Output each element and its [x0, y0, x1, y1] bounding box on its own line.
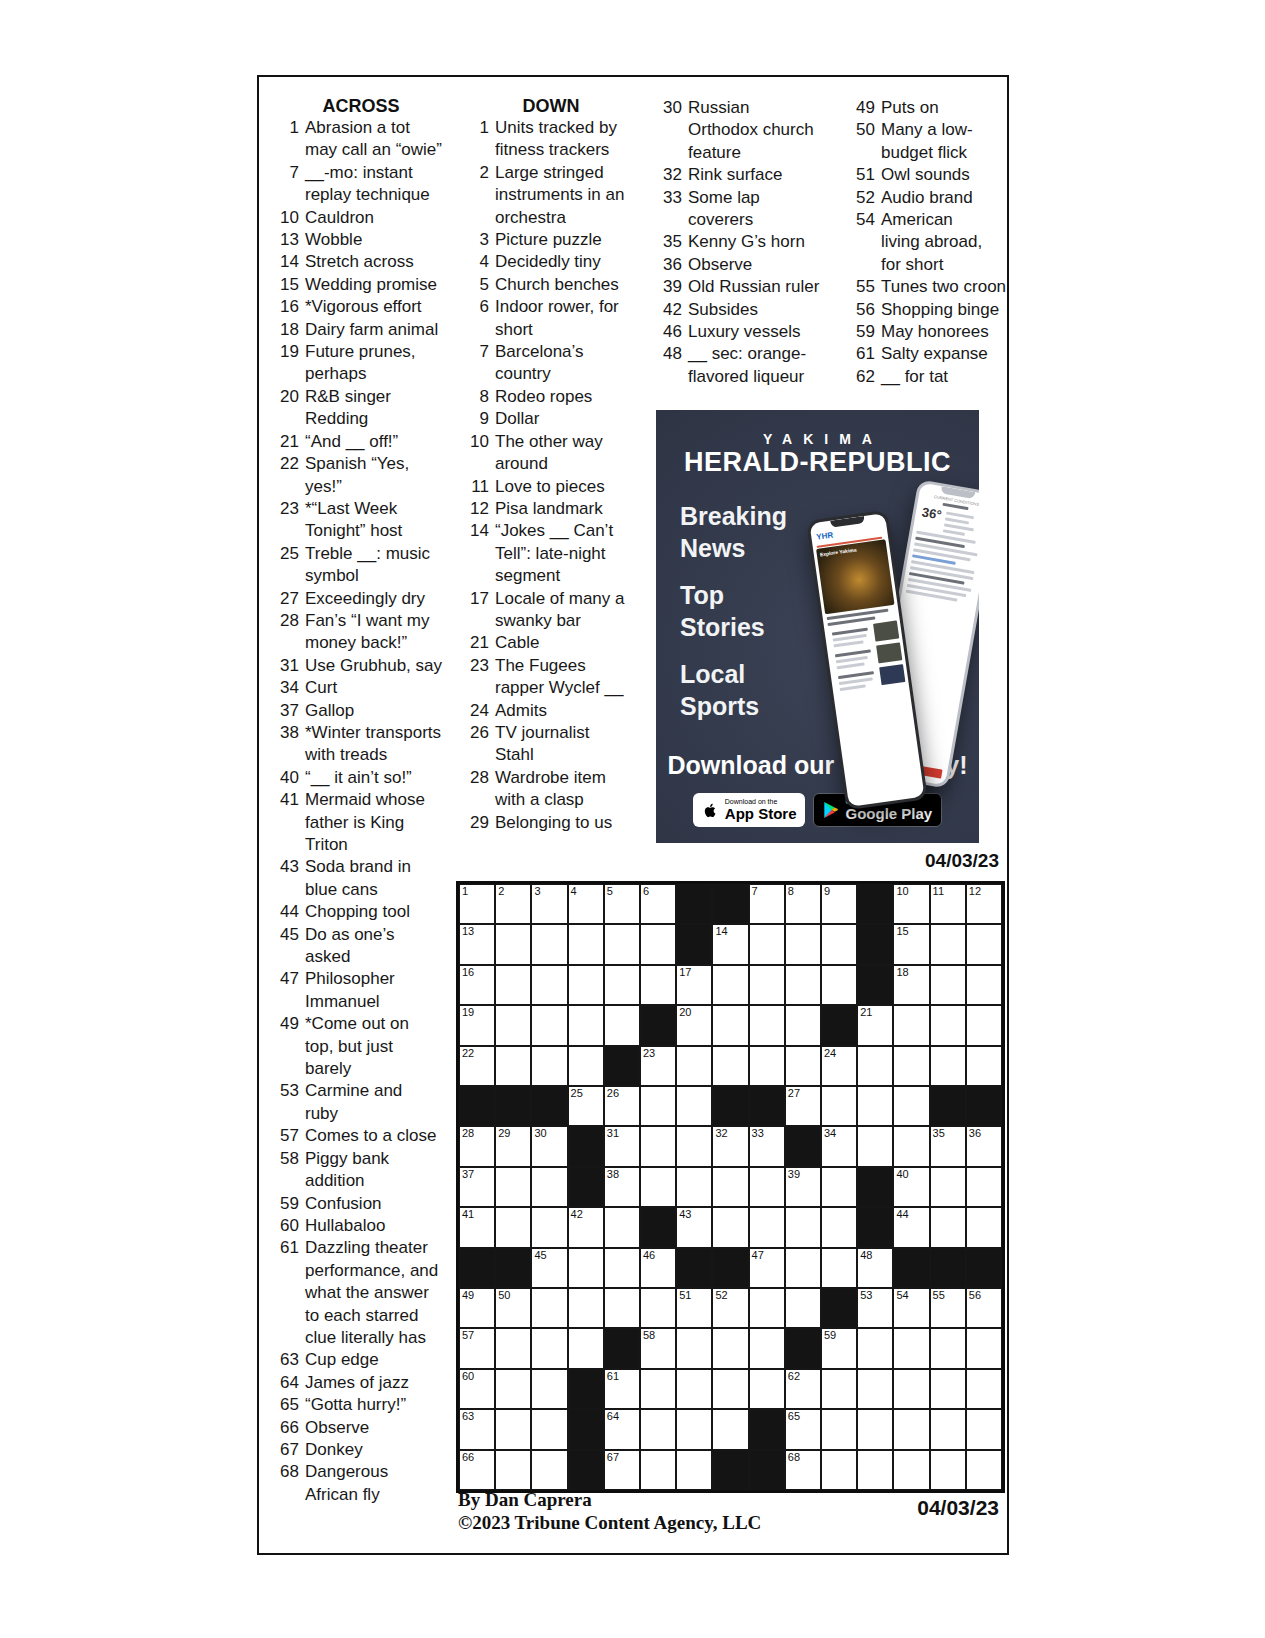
- clue-text: Curt: [305, 677, 337, 699]
- grid-cell[interactable]: 37: [459, 1167, 495, 1207]
- grid-cell[interactable]: 3: [531, 884, 567, 924]
- grid-cell[interactable]: 63: [459, 1409, 495, 1449]
- grid-cell[interactable]: [676, 1126, 712, 1166]
- grid-cell[interactable]: [749, 1369, 785, 1409]
- grid-cell[interactable]: [604, 965, 640, 1005]
- clue-number: 50: [849, 119, 875, 164]
- cell-number: 63: [462, 1411, 474, 1422]
- grid-cell[interactable]: [712, 1369, 748, 1409]
- clue-item: 34Curt: [273, 677, 449, 699]
- grid-cell[interactable]: 49: [459, 1288, 495, 1328]
- clue-text: Kenny G’s horn: [688, 231, 805, 253]
- grid-cell[interactable]: [749, 1167, 785, 1207]
- grid-cell[interactable]: [640, 1086, 676, 1126]
- clue-number: 1: [463, 117, 489, 162]
- clue-text: Gallop: [305, 700, 354, 722]
- grid-cell[interactable]: [966, 1167, 1002, 1207]
- cell-number: 45: [534, 1250, 546, 1261]
- grid-cell[interactable]: [857, 1328, 893, 1368]
- grid-cell[interactable]: 51: [676, 1288, 712, 1328]
- down-clues-column-2: 30Russian Orthodox church feature32Rink …: [656, 97, 819, 388]
- clue-number: 60: [273, 1215, 299, 1237]
- clue-text: Love to pieces: [495, 476, 605, 498]
- grid-cell[interactable]: 46: [640, 1248, 676, 1288]
- grid-cell[interactable]: [749, 924, 785, 964]
- grid-cell[interactable]: [568, 1248, 604, 1288]
- clue-item: 64James of jazz: [273, 1372, 449, 1394]
- grid-cell[interactable]: 27: [785, 1086, 821, 1126]
- cell-number: 6: [643, 886, 649, 897]
- grid-cell[interactable]: [966, 1046, 1002, 1086]
- byline: By Dan Caprera: [458, 1488, 761, 1511]
- clue-text: Philosopher Immanuel: [305, 968, 395, 1013]
- down-header: DOWN: [463, 95, 639, 117]
- grid-cell[interactable]: [966, 1207, 1002, 1247]
- clue-item: 47Philosopher Immanuel: [273, 968, 449, 1013]
- grid-cell[interactable]: 13: [459, 924, 495, 964]
- grid-cell[interactable]: [821, 1409, 857, 1449]
- clue-text: Belonging to us: [495, 812, 612, 834]
- grid-cell[interactable]: 1: [459, 884, 495, 924]
- clue-text: Owl sounds: [881, 164, 970, 186]
- grid-cell[interactable]: [568, 1328, 604, 1368]
- grid-cell[interactable]: [568, 1046, 604, 1086]
- clue-item: 41Mermaid whose father is King Triton: [273, 789, 449, 856]
- grid-cell[interactable]: 68: [785, 1450, 821, 1490]
- grid-cell[interactable]: [531, 1450, 567, 1490]
- cell-number: 68: [788, 1452, 800, 1463]
- clue-item: 10The other way around: [463, 431, 639, 476]
- clue-item: 14“Jokes __ Can’t Tell”: late-night segm…: [463, 520, 639, 587]
- grid-cell[interactable]: 24: [821, 1046, 857, 1086]
- clue-item: 24Admits: [463, 700, 639, 722]
- grid-cell[interactable]: [857, 1450, 893, 1490]
- grid-cell[interactable]: [749, 1288, 785, 1328]
- grid-cell[interactable]: [676, 1450, 712, 1490]
- grid-cell[interactable]: [676, 1409, 712, 1449]
- phone-hero-image: Explore Yakima: [816, 539, 895, 614]
- grid-cell[interactable]: [495, 1409, 531, 1449]
- grid-cell[interactable]: [893, 1369, 929, 1409]
- grid-cell[interactable]: [893, 1450, 929, 1490]
- grid-cell[interactable]: 2: [495, 884, 531, 924]
- grid-cell[interactable]: [676, 1046, 712, 1086]
- grid-cell[interactable]: 38: [604, 1167, 640, 1207]
- clue-item: 57Comes to a close: [273, 1125, 449, 1147]
- grid-cell[interactable]: 54: [893, 1288, 929, 1328]
- grid-cell[interactable]: 7: [749, 884, 785, 924]
- grid-cell-black: [568, 1409, 604, 1449]
- grid-cell[interactable]: 50: [495, 1288, 531, 1328]
- grid-cell[interactable]: [857, 1369, 893, 1409]
- down-clues-column-1: DOWN 1Units tracked by fitness trackers2…: [463, 95, 639, 834]
- grid-cell[interactable]: [785, 924, 821, 964]
- grid-cell[interactable]: 62: [785, 1369, 821, 1409]
- grid-cell[interactable]: [640, 1126, 676, 1166]
- grid-cell[interactable]: [930, 1328, 966, 1368]
- grid-cell[interactable]: [930, 1167, 966, 1207]
- grid-cell[interactable]: 36: [966, 1126, 1002, 1166]
- grid-cell-black: [568, 1450, 604, 1490]
- grid-cell[interactable]: [712, 1046, 748, 1086]
- grid-cell[interactable]: [531, 965, 567, 1005]
- grid-cell[interactable]: [930, 924, 966, 964]
- clue-text: “And __ off!”: [305, 431, 398, 453]
- grid-cell[interactable]: [966, 1328, 1002, 1368]
- grid-cell[interactable]: 8: [785, 884, 821, 924]
- cell-number: 20: [679, 1007, 691, 1018]
- grid-cell[interactable]: [531, 1369, 567, 1409]
- grid-cell[interactable]: [785, 1248, 821, 1288]
- grid-cell[interactable]: 4: [568, 884, 604, 924]
- grid-cell[interactable]: 58: [640, 1328, 676, 1368]
- clue-item: 42Subsides: [656, 299, 819, 321]
- grid-cell[interactable]: [640, 1167, 676, 1207]
- grid-cell[interactable]: [568, 965, 604, 1005]
- grid-cell[interactable]: [531, 1328, 567, 1368]
- clue-item: 4Decidedly tiny: [463, 251, 639, 273]
- cell-number: 25: [571, 1088, 583, 1099]
- grid-cell[interactable]: 39: [785, 1167, 821, 1207]
- grid-cell[interactable]: [531, 1207, 567, 1247]
- grid-cell[interactable]: 26: [604, 1086, 640, 1126]
- grid-cell[interactable]: [531, 1409, 567, 1449]
- grid-cell[interactable]: [531, 1288, 567, 1328]
- grid-cell[interactable]: [640, 1288, 676, 1328]
- clue-item: 2Large stringed instruments in an orches…: [463, 162, 639, 229]
- cell-number: 52: [715, 1290, 727, 1301]
- clue-item: 1Units tracked by fitness trackers: [463, 117, 639, 162]
- clue-text: Treble __: music symbol: [305, 543, 430, 588]
- grid-cell[interactable]: 33: [749, 1126, 785, 1166]
- grid-cell[interactable]: [640, 924, 676, 964]
- grid-cell[interactable]: [930, 1450, 966, 1490]
- grid-cell[interactable]: [604, 1005, 640, 1045]
- clue-text: “Gotta hurry!”: [305, 1394, 406, 1416]
- grid-cell[interactable]: [640, 1409, 676, 1449]
- grid-cell[interactable]: 14: [712, 924, 748, 964]
- clue-item: 17Locale of many a swanky bar: [463, 588, 639, 633]
- grid-cell[interactable]: [712, 965, 748, 1005]
- cell-number: 57: [462, 1330, 474, 1341]
- grid-cell[interactable]: [893, 1046, 929, 1086]
- grid-cell[interactable]: [531, 1046, 567, 1086]
- grid-cell[interactable]: 25: [568, 1086, 604, 1126]
- clue-item: 27Exceedingly dry: [273, 588, 449, 610]
- grid-cell[interactable]: 22: [459, 1046, 495, 1086]
- clue-item: 23The Fugees rapper Wyclef __: [463, 655, 639, 700]
- grid-cell[interactable]: 12: [966, 884, 1002, 924]
- clue-item: 49Puts on: [849, 97, 1006, 119]
- cell-number: 54: [896, 1290, 908, 1301]
- grid-cell[interactable]: 45: [531, 1248, 567, 1288]
- clue-item: 36Observe: [656, 254, 819, 276]
- grid-cell-black: [604, 1046, 640, 1086]
- grid-cell[interactable]: [821, 924, 857, 964]
- clue-number: 20: [273, 386, 299, 431]
- grid-cell[interactable]: 18: [893, 965, 929, 1005]
- clue-text: “__ it ain’t so!”: [305, 767, 412, 789]
- grid-cell[interactable]: [857, 1046, 893, 1086]
- grid-cell[interactable]: 30: [531, 1126, 567, 1166]
- grid-cell[interactable]: 44: [893, 1207, 929, 1247]
- grid-cell[interactable]: [821, 1248, 857, 1288]
- clue-number: 28: [273, 610, 299, 655]
- grid-cell[interactable]: [785, 1288, 821, 1328]
- grid-cell[interactable]: 20: [676, 1005, 712, 1045]
- grid-cell[interactable]: 47: [749, 1248, 785, 1288]
- grid-cell[interactable]: [821, 1086, 857, 1126]
- grid-cell[interactable]: 40: [893, 1167, 929, 1207]
- clue-item: 56Shopping binge: [849, 299, 1006, 321]
- clue-item: 46Luxury vessels: [656, 321, 819, 343]
- grid-cell[interactable]: 57: [459, 1328, 495, 1368]
- grid-cell[interactable]: 56: [966, 1288, 1002, 1328]
- cell-number: 38: [607, 1169, 619, 1180]
- clue-text: Rink surface: [688, 164, 782, 186]
- grid-cell[interactable]: 19: [459, 1005, 495, 1045]
- grid-cell[interactable]: [785, 1207, 821, 1247]
- clue-number: 54: [849, 209, 875, 276]
- grid-cell[interactable]: [966, 924, 1002, 964]
- grid-cell[interactable]: 29: [495, 1126, 531, 1166]
- grid-cell[interactable]: [676, 1328, 712, 1368]
- grid-cell[interactable]: [712, 1328, 748, 1368]
- grid-cell[interactable]: [676, 1167, 712, 1207]
- clue-number: 41: [273, 789, 299, 856]
- grid-cell[interactable]: [966, 1369, 1002, 1409]
- grid-cell-black: [857, 924, 893, 964]
- clue-item: 16*Vigorous effort: [273, 296, 449, 318]
- grid-cell[interactable]: [857, 1409, 893, 1449]
- down-clue-list-3: 49Puts on50Many a low- budget flick51Owl…: [849, 97, 1006, 388]
- grid-cell[interactable]: 55: [930, 1288, 966, 1328]
- grid-cell[interactable]: 32: [712, 1126, 748, 1166]
- grid-cell[interactable]: [966, 965, 1002, 1005]
- grid-cell[interactable]: 28: [459, 1126, 495, 1166]
- grid-cell[interactable]: 9: [821, 884, 857, 924]
- app-store-badge-big-text: App Store: [725, 806, 797, 822]
- clue-number: 43: [273, 856, 299, 901]
- grid-cell[interactable]: [604, 924, 640, 964]
- grid-cell[interactable]: 67: [604, 1450, 640, 1490]
- cell-number: 15: [896, 926, 908, 937]
- grid-cell[interactable]: [857, 1126, 893, 1166]
- puzzle-date-bottom: 04/03/23: [917, 1496, 999, 1520]
- grid-cell[interactable]: [495, 1450, 531, 1490]
- grid-cell[interactable]: [785, 965, 821, 1005]
- grid-cell[interactable]: [495, 924, 531, 964]
- clue-number: 67: [273, 1439, 299, 1461]
- clue-text: TV journalist Stahl: [495, 722, 589, 767]
- grid-cell[interactable]: [749, 1328, 785, 1368]
- crossword-grid: 1234567891011121314151617181920212223242…: [456, 881, 1005, 1493]
- grid-cell[interactable]: 6: [640, 884, 676, 924]
- grid-cell[interactable]: 5: [604, 884, 640, 924]
- grid-cell[interactable]: [821, 1369, 857, 1409]
- grid-cell[interactable]: 11: [930, 884, 966, 924]
- cell-number: 12: [969, 886, 981, 897]
- grid-cell[interactable]: [966, 1409, 1002, 1449]
- clue-number: 7: [273, 162, 299, 207]
- clue-item: 21Cable: [463, 632, 639, 654]
- grid-cell[interactable]: [495, 965, 531, 1005]
- grid-cell[interactable]: 59: [821, 1328, 857, 1368]
- clue-number: 21: [463, 632, 489, 654]
- grid-cell[interactable]: [893, 1005, 929, 1045]
- clue-number: 33: [656, 187, 682, 232]
- grid-cell[interactable]: [821, 965, 857, 1005]
- apple-logo-icon: [702, 802, 719, 819]
- grid-cell[interactable]: [857, 1086, 893, 1126]
- clue-text: Chopping tool: [305, 901, 410, 923]
- grid-cell[interactable]: [749, 1005, 785, 1045]
- cell-number: 61: [607, 1371, 619, 1382]
- grid-cell[interactable]: [495, 1369, 531, 1409]
- cell-number: 7: [752, 886, 758, 897]
- grid-cell[interactable]: [893, 1126, 929, 1166]
- clue-item: 28Fan’s “I want my money back!”: [273, 610, 449, 655]
- grid-cell[interactable]: 41: [459, 1207, 495, 1247]
- grid-cell[interactable]: [821, 1167, 857, 1207]
- cell-number: 11: [933, 886, 944, 897]
- grid-cell[interactable]: [640, 965, 676, 1005]
- grid-cell[interactable]: [604, 1207, 640, 1247]
- grid-cell[interactable]: 42: [568, 1207, 604, 1247]
- clue-number: 61: [849, 343, 875, 365]
- grid-cell[interactable]: 15: [893, 924, 929, 964]
- grid-cell[interactable]: [712, 1207, 748, 1247]
- grid-cell[interactable]: 64: [604, 1409, 640, 1449]
- grid-cell[interactable]: [893, 1328, 929, 1368]
- grid-cell[interactable]: [966, 1005, 1002, 1045]
- grid-cell[interactable]: [495, 1328, 531, 1368]
- grid-cell[interactable]: [749, 1207, 785, 1247]
- clue-number: 39: [656, 276, 682, 298]
- grid-cell[interactable]: [821, 1450, 857, 1490]
- grid-cell[interactable]: 35: [930, 1126, 966, 1166]
- grid-cell[interactable]: [966, 1450, 1002, 1490]
- grid-cell[interactable]: [495, 1167, 531, 1207]
- grid-cell[interactable]: [930, 1369, 966, 1409]
- grid-cell[interactable]: 60: [459, 1369, 495, 1409]
- grid-cell[interactable]: 34: [821, 1126, 857, 1166]
- grid-cell[interactable]: [821, 1207, 857, 1247]
- grid-cell[interactable]: 66: [459, 1450, 495, 1490]
- grid-cell[interactable]: [712, 1409, 748, 1449]
- grid-cell[interactable]: [785, 1005, 821, 1045]
- clue-number: 10: [273, 207, 299, 229]
- cell-number: 27: [788, 1088, 800, 1099]
- clue-text: Cable: [495, 632, 539, 654]
- clue-number: 29: [463, 812, 489, 834]
- down-clue-list-2: 30Russian Orthodox church feature32Rink …: [656, 97, 819, 388]
- clue-number: 48: [656, 343, 682, 388]
- clue-text: Dazzling theater performance, and what t…: [305, 1237, 438, 1349]
- clue-text: Observe: [305, 1417, 369, 1439]
- cell-number: 13: [462, 926, 474, 937]
- grid-cell[interactable]: 21: [857, 1005, 893, 1045]
- clue-item: 66Observe: [273, 1417, 449, 1439]
- grid-cell[interactable]: [495, 1005, 531, 1045]
- clue-item: 68Dangerous African fly: [273, 1461, 449, 1506]
- app-store-badge[interactable]: Download on the App Store: [693, 793, 806, 827]
- clue-number: 23: [463, 655, 489, 700]
- grid-cell[interactable]: 65: [785, 1409, 821, 1449]
- grid-cell[interactable]: [749, 965, 785, 1005]
- clue-text: Piggy bank addition: [305, 1148, 389, 1193]
- grid-cell[interactable]: 61: [604, 1369, 640, 1409]
- grid-cell[interactable]: [531, 924, 567, 964]
- grid-cell[interactable]: [930, 1207, 966, 1247]
- grid-cell[interactable]: [785, 1046, 821, 1086]
- grid-cell[interactable]: [531, 1167, 567, 1207]
- clue-text: Audio brand: [881, 187, 973, 209]
- grid-cell[interactable]: [930, 1005, 966, 1045]
- grid-cell[interactable]: [568, 1288, 604, 1328]
- grid-cell[interactable]: [531, 1005, 567, 1045]
- grid-cell[interactable]: 10: [893, 884, 929, 924]
- grid-cell[interactable]: [712, 1167, 748, 1207]
- grid-cell[interactable]: 53: [857, 1288, 893, 1328]
- clue-text: Abrasion a tot may call an “owie”: [305, 117, 442, 162]
- grid-cell[interactable]: [893, 1086, 929, 1126]
- grid-cell[interactable]: [893, 1409, 929, 1449]
- grid-cell[interactable]: [676, 1086, 712, 1126]
- grid-cell[interactable]: [604, 1288, 640, 1328]
- clue-text: Do as one’s asked: [305, 924, 394, 969]
- grid-cell-black: [857, 884, 893, 924]
- grid-cell[interactable]: 52: [712, 1288, 748, 1328]
- cell-number: 60: [462, 1371, 474, 1382]
- grid-cell[interactable]: [495, 1207, 531, 1247]
- grid-cell[interactable]: 43: [676, 1207, 712, 1247]
- grid-cell[interactable]: [604, 1248, 640, 1288]
- grid-cell[interactable]: [930, 965, 966, 1005]
- clue-item: 15Wedding promise: [273, 274, 449, 296]
- clue-item: 20R&B singer Redding: [273, 386, 449, 431]
- clue-number: 32: [656, 164, 682, 186]
- grid-cell-black: [821, 1288, 857, 1328]
- clue-number: 10: [463, 431, 489, 476]
- clue-item: 61Dazzling theater performance, and what…: [273, 1237, 449, 1349]
- clue-number: 49: [273, 1013, 299, 1080]
- clue-item: 10Cauldron: [273, 207, 449, 229]
- clue-number: 7: [463, 341, 489, 386]
- grid-cell[interactable]: [749, 1046, 785, 1086]
- grid-cell[interactable]: [640, 1369, 676, 1409]
- grid-cell[interactable]: [676, 1369, 712, 1409]
- grid-cell-black: [930, 1086, 966, 1126]
- clue-item: 19Future prunes, perhaps: [273, 341, 449, 386]
- clue-number: 14: [273, 251, 299, 273]
- ad-feature-local-sports: Local Sports: [680, 658, 787, 722]
- cell-number: 37: [462, 1169, 474, 1180]
- grid-cell[interactable]: [640, 1450, 676, 1490]
- grid-cell[interactable]: [930, 1409, 966, 1449]
- cell-number: 44: [896, 1209, 908, 1220]
- grid-cell[interactable]: [568, 924, 604, 964]
- grid-cell[interactable]: 17: [676, 965, 712, 1005]
- grid-cell[interactable]: 16: [459, 965, 495, 1005]
- grid-cell[interactable]: [568, 1005, 604, 1045]
- grid-cell[interactable]: 31: [604, 1126, 640, 1166]
- grid-cell[interactable]: [712, 1005, 748, 1045]
- grid-cell[interactable]: 23: [640, 1046, 676, 1086]
- grid-cell[interactable]: 48: [857, 1248, 893, 1288]
- grid-cell[interactable]: [495, 1046, 531, 1086]
- grid-cell[interactable]: [930, 1046, 966, 1086]
